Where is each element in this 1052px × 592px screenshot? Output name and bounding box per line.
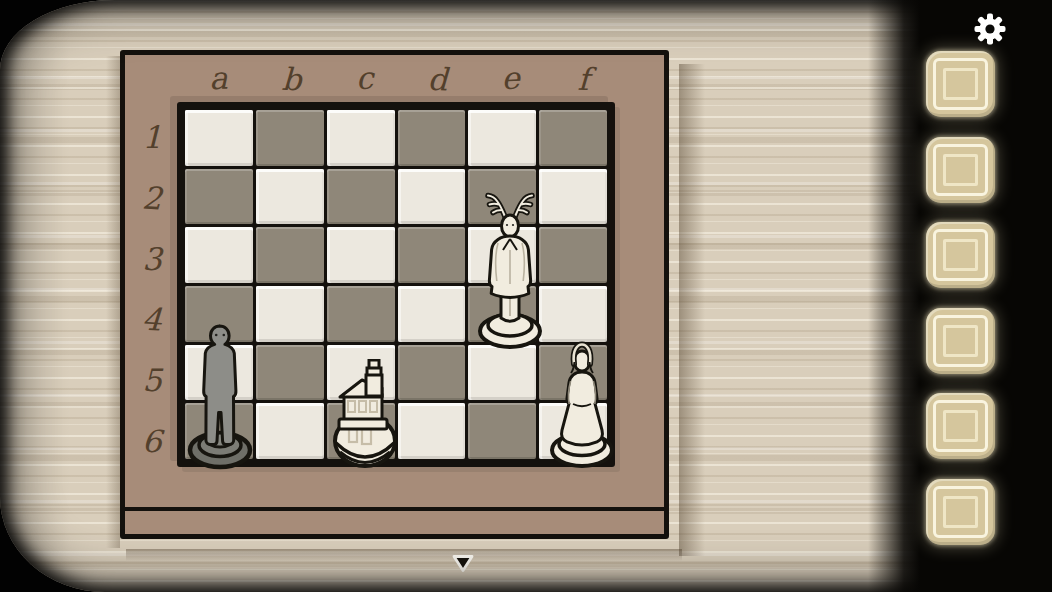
square-e1[interactable]: [468, 110, 536, 166]
rank-label-6: 6: [125, 410, 178, 473]
square-f1[interactable]: [539, 110, 607, 166]
square-e5[interactable]: [468, 345, 536, 401]
board-shadow-right: [679, 64, 705, 556]
square-c4[interactable]: [327, 286, 395, 342]
board-shadow-bottom: [126, 549, 682, 561]
inventory-slots: [868, 0, 1052, 592]
piece-house-c6[interactable]: [325, 359, 405, 471]
inventory-slot-2[interactable]: [926, 137, 995, 203]
square-d4[interactable]: [398, 286, 466, 342]
square-c3[interactable]: [327, 227, 395, 283]
chessboard: [177, 102, 615, 467]
slot-inner-square: [943, 239, 978, 271]
square-b2[interactable]: [256, 169, 324, 225]
rank-label-3: 3: [127, 229, 177, 290]
rank-label-2: 2: [125, 167, 178, 230]
inventory-slot-3[interactable]: [926, 222, 995, 288]
rank-label-1: 1: [127, 107, 177, 168]
file-labels: abcdef: [182, 55, 620, 101]
chessboard-frame: abcdef 123456: [120, 50, 669, 539]
slot-inner-square: [943, 496, 978, 528]
file-label-c: c: [327, 61, 401, 95]
square-b1[interactable]: [256, 110, 324, 166]
square-b6[interactable]: [256, 403, 324, 459]
rank-labels: 123456: [127, 107, 177, 472]
inventory-slot-1[interactable]: [926, 51, 995, 117]
square-d1[interactable]: [398, 110, 466, 166]
board-shadow-left: [106, 56, 120, 548]
square-d5[interactable]: [398, 345, 466, 401]
file-label-a: a: [181, 61, 255, 95]
square-a3[interactable]: [185, 227, 253, 283]
game-screen: abcdef 123456: [0, 0, 1052, 592]
slot-inner-square: [943, 154, 978, 186]
file-label-b: b: [254, 62, 328, 96]
square-b4[interactable]: [256, 286, 324, 342]
file-label-d: d: [400, 62, 474, 96]
inventory-slot-5[interactable]: [926, 393, 995, 459]
rank-label-4: 4: [125, 288, 178, 351]
square-a1[interactable]: [185, 110, 253, 166]
inventory-slot-6[interactable]: [926, 479, 995, 545]
square-c1[interactable]: [327, 110, 395, 166]
down-arrow-icon: [450, 559, 476, 578]
square-c2[interactable]: [327, 169, 395, 225]
rank-label-5: 5: [127, 350, 177, 411]
inventory-panel: [868, 0, 1052, 592]
square-a2[interactable]: [185, 169, 253, 225]
square-d6[interactable]: [398, 403, 466, 459]
square-d3[interactable]: [398, 227, 466, 283]
slot-inner-square: [943, 410, 978, 442]
frame-ledge-seam: [123, 507, 666, 511]
square-b3[interactable]: [256, 227, 324, 283]
square-b5[interactable]: [256, 345, 324, 401]
square-d2[interactable]: [398, 169, 466, 225]
file-label-e: e: [473, 61, 547, 95]
file-label-f: f: [546, 62, 620, 96]
slot-inner-square: [943, 68, 978, 100]
inventory-slot-4[interactable]: [926, 308, 995, 374]
piece-deer-man-e4[interactable]: [468, 192, 552, 350]
square-e6[interactable]: [468, 403, 536, 459]
slot-inner-square: [943, 325, 978, 357]
piece-woman-f6[interactable]: [542, 339, 622, 471]
piece-gray-man-a6[interactable]: [182, 323, 258, 471]
navigate-down-button[interactable]: [450, 553, 476, 574]
